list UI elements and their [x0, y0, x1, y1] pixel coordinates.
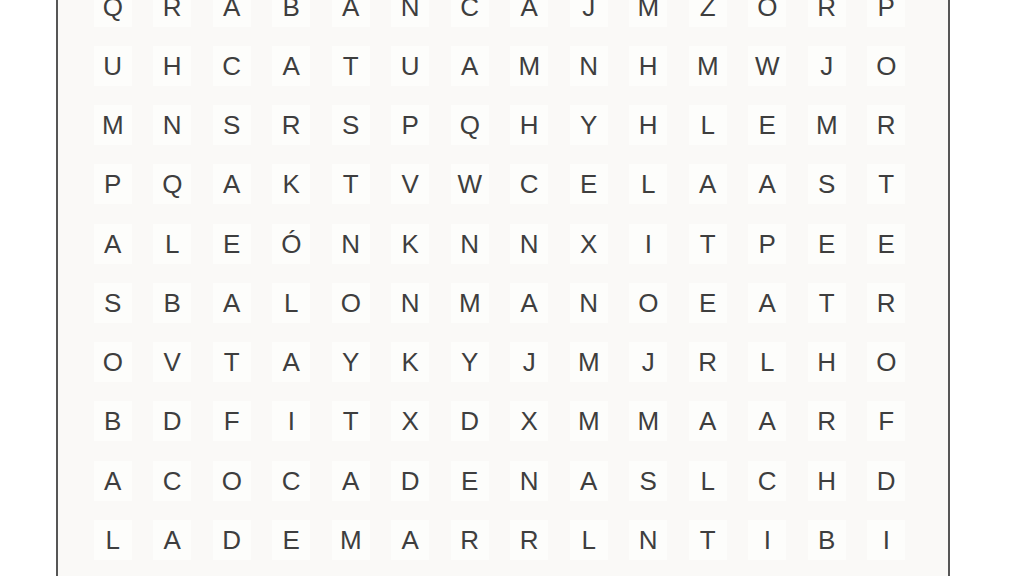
grid-letter: O	[629, 283, 667, 323]
grid-letter: H	[629, 105, 667, 145]
grid-cell-r7c6[interactable]: K	[381, 333, 441, 392]
grid-cell-r4c3[interactable]: A	[202, 155, 262, 214]
grid-letter: D	[451, 401, 489, 441]
grid-cell-r2c5[interactable]: T	[321, 36, 381, 95]
grid-cell-r4c6[interactable]: V	[381, 155, 441, 214]
grid-letter: W	[748, 46, 786, 86]
grid-letter: A	[510, 0, 548, 27]
grid-letter: O	[867, 46, 905, 86]
grid-letter: K	[391, 342, 429, 382]
grid-cell-r4c10[interactable]: L	[619, 155, 679, 214]
grid-cell-r4c4[interactable]: K	[262, 155, 322, 214]
grid-letter: L	[570, 520, 608, 560]
grid-cell-r2c4[interactable]: A	[262, 36, 322, 95]
grid-letter: P	[748, 224, 786, 264]
grid-cell-r3c3[interactable]: S	[202, 96, 262, 155]
grid-letter: C	[213, 46, 251, 86]
grid-cell-r8c8[interactable]: X	[500, 392, 560, 451]
grid-letter: I	[629, 224, 667, 264]
grid-letter: S	[332, 105, 370, 145]
grid-letter: T	[332, 46, 370, 86]
grid-letter: Y	[451, 342, 489, 382]
grid-letter: M	[570, 342, 608, 382]
grid-cell-r6c4[interactable]: L	[262, 273, 322, 332]
grid-cell-r6c13[interactable]: T	[797, 273, 857, 332]
grid-letter: Ó	[272, 224, 310, 264]
grid-cell-r4c13[interactable]: S	[797, 155, 857, 214]
grid-cell-r7c14[interactable]: O	[857, 333, 917, 392]
grid-cell-r5c5[interactable]: N	[321, 214, 381, 273]
grid-letter: A	[213, 283, 251, 323]
grid-letter: P	[867, 0, 905, 27]
grid-cell-r2c10[interactable]: H	[619, 36, 679, 95]
grid-letter: R	[153, 0, 191, 27]
grid-letter: A	[332, 461, 370, 501]
grid-cell-r4c8[interactable]: C	[500, 155, 560, 214]
grid-cell-r7c4[interactable]: A	[262, 333, 322, 392]
grid-letter: Q	[451, 105, 489, 145]
grid-letter: R	[272, 105, 310, 145]
grid-cell-r5c9[interactable]: X	[559, 214, 619, 273]
grid-letter: H	[808, 461, 846, 501]
grid-cell-r10c12[interactable]: I	[738, 510, 798, 569]
grid-letter: A	[153, 520, 191, 560]
grid-letter: F	[213, 401, 251, 441]
grid-cell-r5c10[interactable]: I	[619, 214, 679, 273]
grid-cell-r9c2[interactable]: C	[143, 451, 203, 510]
grid-cell-r5c1[interactable]: A	[83, 214, 143, 273]
grid-cell-r10c13[interactable]: B	[797, 510, 857, 569]
grid-cell-r8c1[interactable]: B	[83, 392, 143, 451]
grid-cell-r7c11[interactable]: R	[678, 333, 738, 392]
grid-letter: C	[451, 0, 489, 27]
grid-letter: N	[510, 224, 548, 264]
grid-letter: R	[689, 342, 727, 382]
grid-letter: M	[570, 401, 608, 441]
grid-letter: S	[213, 105, 251, 145]
grid-letter: K	[391, 224, 429, 264]
grid-cell-r9c13[interactable]: H	[797, 451, 857, 510]
grid-cell-r10c7[interactable]: R	[440, 510, 500, 569]
grid-letter: V	[391, 164, 429, 204]
grid-cell-r10c11[interactable]: T	[678, 510, 738, 569]
grid-letter: L	[94, 520, 132, 560]
grid-letter: E	[689, 283, 727, 323]
grid-cell-r6c9[interactable]: N	[559, 273, 619, 332]
grid-cell-r2c11[interactable]: M	[678, 36, 738, 95]
grid-cell-r3c4[interactable]: R	[262, 96, 322, 155]
grid-letter: Y	[332, 342, 370, 382]
grid-cell-r8c5[interactable]: T	[321, 392, 381, 451]
grid-cell-r8c7[interactable]: D	[440, 392, 500, 451]
grid-letter: B	[808, 520, 846, 560]
grid-letter: J	[510, 342, 548, 382]
grid-cell-r5c6[interactable]: K	[381, 214, 441, 273]
grid-letter: X	[510, 401, 548, 441]
grid-cell-r7c1[interactable]: O	[83, 333, 143, 392]
grid-letter: M	[94, 105, 132, 145]
grid-letter: R	[867, 105, 905, 145]
grid-letter: I	[867, 520, 905, 560]
grid-letter: O	[213, 461, 251, 501]
grid-letter: Q	[94, 0, 132, 27]
word-search-grid: QRABANCAJMZORPUHCATUAMNHMWJOMNSRSPQHYHLE…	[83, 0, 916, 570]
grid-cell-r2c1[interactable]: U	[83, 36, 143, 95]
grid-cell-r8c2[interactable]: D	[143, 392, 203, 451]
grid-cell-r7c8[interactable]: J	[500, 333, 560, 392]
grid-cell-r6c5[interactable]: O	[321, 273, 381, 332]
grid-letter: I	[748, 520, 786, 560]
grid-letter: R	[867, 283, 905, 323]
grid-cell-r2c2[interactable]: H	[143, 36, 203, 95]
grid-letter: T	[213, 342, 251, 382]
grid-letter: M	[629, 0, 667, 27]
grid-letter: A	[570, 461, 608, 501]
grid-letter: X	[391, 401, 429, 441]
grid-letter: N	[451, 224, 489, 264]
grid-letter: B	[272, 0, 310, 27]
grid-letter: R	[808, 0, 846, 27]
grid-cell-r9c5[interactable]: A	[321, 451, 381, 510]
grid-cell-r3c9[interactable]: Y	[559, 96, 619, 155]
grid-cell-r3c5[interactable]: S	[321, 96, 381, 155]
grid-cell-r4c2[interactable]: Q	[143, 155, 203, 214]
grid-cell-r7c3[interactable]: T	[202, 333, 262, 392]
grid-letter: N	[332, 224, 370, 264]
grid-cell-r8c6[interactable]: X	[381, 392, 441, 451]
grid-letter: Z	[689, 0, 727, 27]
grid-cell-r1c1[interactable]: Q	[83, 0, 143, 36]
grid-letter: E	[808, 224, 846, 264]
grid-letter: S	[808, 164, 846, 204]
grid-cell-r6c1[interactable]: S	[83, 273, 143, 332]
grid-cell-r1c8[interactable]: A	[500, 0, 560, 36]
grid-cell-r3c11[interactable]: L	[678, 96, 738, 155]
grid-cell-r3c12[interactable]: E	[738, 96, 798, 155]
grid-cell-r6c3[interactable]: A	[202, 273, 262, 332]
grid-letter: H	[510, 105, 548, 145]
grid-cell-r8c12[interactable]: A	[738, 392, 798, 451]
grid-letter: P	[391, 105, 429, 145]
grid-cell-r1c5[interactable]: A	[321, 0, 381, 36]
grid-cell-r6c2[interactable]: B	[143, 273, 203, 332]
grid-cell-r10c3[interactable]: D	[202, 510, 262, 569]
grid-letter: V	[153, 342, 191, 382]
grid-letter: E	[213, 224, 251, 264]
grid-letter: N	[153, 105, 191, 145]
grid-letter: D	[867, 461, 905, 501]
grid-cell-r3c6[interactable]: P	[381, 96, 441, 155]
grid-cell-r6c10[interactable]: O	[619, 273, 679, 332]
grid-letter: O	[332, 283, 370, 323]
grid-cell-r3c13[interactable]: M	[797, 96, 857, 155]
grid-cell-r10c14[interactable]: I	[857, 510, 917, 569]
grid-cell-r1c3[interactable]: A	[202, 0, 262, 36]
grid-cell-r10c2[interactable]: A	[143, 510, 203, 569]
grid-cell-r1c10[interactable]: M	[619, 0, 679, 36]
grid-letter: M	[629, 401, 667, 441]
grid-letter: M	[689, 46, 727, 86]
grid-cell-r4c11[interactable]: A	[678, 155, 738, 214]
grid-cell-r7c13[interactable]: H	[797, 333, 857, 392]
grid-letter: K	[272, 164, 310, 204]
grid-letter: E	[867, 224, 905, 264]
grid-cell-r9c12[interactable]: C	[738, 451, 798, 510]
puzzle-left-border-line	[56, 0, 58, 576]
grid-cell-r9c8[interactable]: N	[500, 451, 560, 510]
grid-cell-r1c14[interactable]: P	[857, 0, 917, 36]
grid-letter: D	[391, 461, 429, 501]
grid-letter: I	[272, 401, 310, 441]
grid-letter: O	[94, 342, 132, 382]
grid-letter: T	[332, 164, 370, 204]
grid-cell-r10c10[interactable]: N	[619, 510, 679, 569]
grid-letter: M	[808, 105, 846, 145]
grid-letter: C	[510, 164, 548, 204]
grid-cell-r8c10[interactable]: M	[619, 392, 679, 451]
grid-letter: D	[213, 520, 251, 560]
grid-cell-r10c5[interactable]: M	[321, 510, 381, 569]
grid-cell-r10c8[interactable]: R	[500, 510, 560, 569]
grid-letter: T	[332, 401, 370, 441]
grid-letter: L	[748, 342, 786, 382]
grid-cell-r5c4[interactable]: Ó	[262, 214, 322, 273]
grid-letter: H	[153, 46, 191, 86]
grid-cell-r4c9[interactable]: E	[559, 155, 619, 214]
grid-cell-r9c9[interactable]: A	[559, 451, 619, 510]
grid-letter: L	[629, 164, 667, 204]
grid-cell-r5c14[interactable]: E	[857, 214, 917, 273]
grid-cell-r4c5[interactable]: T	[321, 155, 381, 214]
grid-letter: M	[332, 520, 370, 560]
grid-letter: M	[510, 46, 548, 86]
grid-letter: U	[391, 46, 429, 86]
grid-cell-r6c11[interactable]: E	[678, 273, 738, 332]
grid-letter: U	[94, 46, 132, 86]
grid-cell-r5c2[interactable]: L	[143, 214, 203, 273]
grid-cell-r7c10[interactable]: J	[619, 333, 679, 392]
grid-letter: O	[748, 0, 786, 27]
grid-cell-r1c2[interactable]: R	[143, 0, 203, 36]
grid-letter: A	[748, 283, 786, 323]
grid-cell-r4c1[interactable]: P	[83, 155, 143, 214]
grid-cell-r1c12[interactable]: O	[738, 0, 798, 36]
grid-cell-r4c14[interactable]: T	[857, 155, 917, 214]
grid-cell-r3c2[interactable]: N	[143, 96, 203, 155]
grid-letter: A	[689, 164, 727, 204]
grid-letter: A	[272, 46, 310, 86]
grid-cell-r9c11[interactable]: L	[678, 451, 738, 510]
grid-letter: H	[808, 342, 846, 382]
grid-letter: T	[808, 283, 846, 323]
grid-cell-r2c7[interactable]: A	[440, 36, 500, 95]
grid-cell-r9c3[interactable]: O	[202, 451, 262, 510]
grid-letter: R	[808, 401, 846, 441]
grid-letter: B	[153, 283, 191, 323]
grid-letter: X	[570, 224, 608, 264]
grid-letter: C	[153, 461, 191, 501]
grid-letter: J	[808, 46, 846, 86]
grid-letter: A	[213, 164, 251, 204]
grid-letter: E	[748, 105, 786, 145]
grid-cell-r9c10[interactable]: S	[619, 451, 679, 510]
grid-cell-r8c13[interactable]: R	[797, 392, 857, 451]
grid-cell-r9c6[interactable]: D	[381, 451, 441, 510]
grid-cell-r7c2[interactable]: V	[143, 333, 203, 392]
grid-letter: L	[689, 461, 727, 501]
grid-cell-r1c9[interactable]: J	[559, 0, 619, 36]
grid-cell-r8c9[interactable]: M	[559, 392, 619, 451]
grid-letter: T	[689, 520, 727, 560]
grid-cell-r2c9[interactable]: N	[559, 36, 619, 95]
grid-letter: R	[451, 520, 489, 560]
grid-cell-r6c6[interactable]: N	[381, 273, 441, 332]
grid-letter: A	[748, 164, 786, 204]
grid-cell-r5c11[interactable]: T	[678, 214, 738, 273]
grid-cell-r8c14[interactable]: F	[857, 392, 917, 451]
grid-cell-r8c3[interactable]: F	[202, 392, 262, 451]
grid-letter: L	[272, 283, 310, 323]
puzzle-right-border-line	[948, 0, 950, 576]
grid-cell-r10c4[interactable]: E	[262, 510, 322, 569]
grid-cell-r1c11[interactable]: Z	[678, 0, 738, 36]
grid-letter: J	[629, 342, 667, 382]
grid-cell-r6c12[interactable]: A	[738, 273, 798, 332]
grid-cell-r8c11[interactable]: A	[678, 392, 738, 451]
grid-letter: C	[272, 461, 310, 501]
grid-letter: Q	[153, 164, 191, 204]
grid-cell-r8c4[interactable]: I	[262, 392, 322, 451]
grid-cell-r3c10[interactable]: H	[619, 96, 679, 155]
grid-cell-r5c7[interactable]: N	[440, 214, 500, 273]
grid-cell-r6c7[interactable]: M	[440, 273, 500, 332]
grid-cell-r9c14[interactable]: D	[857, 451, 917, 510]
grid-letter: C	[748, 461, 786, 501]
grid-letter: E	[451, 461, 489, 501]
grid-letter: S	[94, 283, 132, 323]
grid-cell-r3c8[interactable]: H	[500, 96, 560, 155]
grid-letter: D	[153, 401, 191, 441]
grid-cell-r6c14[interactable]: R	[857, 273, 917, 332]
grid-cell-r10c9[interactable]: L	[559, 510, 619, 569]
grid-letter: N	[510, 461, 548, 501]
grid-cell-r5c12[interactable]: P	[738, 214, 798, 273]
grid-cell-r5c8[interactable]: N	[500, 214, 560, 273]
grid-letter: P	[94, 164, 132, 204]
grid-cell-r4c7[interactable]: W	[440, 155, 500, 214]
grid-letter: J	[570, 0, 608, 27]
grid-letter: A	[510, 283, 548, 323]
grid-cell-r1c6[interactable]: N	[381, 0, 441, 36]
grid-letter: A	[689, 401, 727, 441]
grid-letter: F	[867, 401, 905, 441]
word-search-stage: QRABANCAJMZORPUHCATUAMNHMWJOMNSRSPQHYHLE…	[0, 0, 1024, 576]
grid-letter: E	[272, 520, 310, 560]
grid-cell-r3c1[interactable]: M	[83, 96, 143, 155]
grid-cell-r5c3[interactable]: E	[202, 214, 262, 273]
grid-letter: A	[391, 520, 429, 560]
grid-cell-r9c1[interactable]: A	[83, 451, 143, 510]
grid-letter: O	[867, 342, 905, 382]
grid-letter: N	[570, 283, 608, 323]
grid-letter: W	[451, 164, 489, 204]
grid-cell-r3c7[interactable]: Q	[440, 96, 500, 155]
grid-letter: T	[689, 224, 727, 264]
grid-cell-r4c12[interactable]: A	[738, 155, 798, 214]
grid-cell-r7c5[interactable]: Y	[321, 333, 381, 392]
grid-cell-r2c3[interactable]: C	[202, 36, 262, 95]
grid-letter: L	[153, 224, 191, 264]
grid-cell-r2c6[interactable]: U	[381, 36, 441, 95]
grid-cell-r9c4[interactable]: C	[262, 451, 322, 510]
grid-cell-r10c6[interactable]: A	[381, 510, 441, 569]
grid-cell-r3c14[interactable]: R	[857, 96, 917, 155]
grid-letter: A	[94, 461, 132, 501]
grid-cell-r2c14[interactable]: O	[857, 36, 917, 95]
grid-letter: S	[629, 461, 667, 501]
grid-letter: B	[94, 401, 132, 441]
grid-letter: R	[510, 520, 548, 560]
grid-cell-r2c12[interactable]: W	[738, 36, 798, 95]
grid-cell-r10c1[interactable]: L	[83, 510, 143, 569]
grid-cell-r5c13[interactable]: E	[797, 214, 857, 273]
grid-letter: Y	[570, 105, 608, 145]
grid-letter: E	[570, 164, 608, 204]
grid-letter: A	[213, 0, 251, 27]
grid-letter: L	[689, 105, 727, 145]
grid-cell-r9c7[interactable]: E	[440, 451, 500, 510]
grid-letter: N	[391, 0, 429, 27]
grid-letter: N	[629, 520, 667, 560]
grid-cell-r1c13[interactable]: R	[797, 0, 857, 36]
grid-cell-r1c4[interactable]: B	[262, 0, 322, 36]
grid-cell-r2c8[interactable]: M	[500, 36, 560, 95]
grid-letter: N	[570, 46, 608, 86]
grid-letter: A	[94, 224, 132, 264]
grid-letter: A	[748, 401, 786, 441]
grid-letter: H	[629, 46, 667, 86]
grid-letter: A	[332, 0, 370, 27]
grid-cell-r1c7[interactable]: C	[440, 0, 500, 36]
grid-letter: T	[867, 164, 905, 204]
grid-cell-r7c9[interactable]: M	[559, 333, 619, 392]
grid-cell-r2c13[interactable]: J	[797, 36, 857, 95]
grid-cell-r7c7[interactable]: Y	[440, 333, 500, 392]
grid-letter: A	[272, 342, 310, 382]
grid-cell-r6c8[interactable]: A	[500, 273, 560, 332]
grid-letter: M	[451, 283, 489, 323]
grid-letter: A	[451, 46, 489, 86]
grid-letter: N	[391, 283, 429, 323]
grid-cell-r7c12[interactable]: L	[738, 333, 798, 392]
